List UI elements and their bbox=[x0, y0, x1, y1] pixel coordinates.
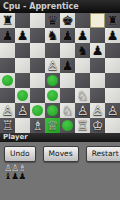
square-d5[interactable]: ♙ bbox=[45, 58, 60, 73]
square-g5[interactable] bbox=[90, 58, 105, 73]
square-a8[interactable]: ♜ bbox=[0, 13, 15, 28]
square-e3[interactable] bbox=[60, 88, 75, 103]
piece-white-knight-f3[interactable]: ♘ bbox=[75, 88, 90, 103]
piece-black-pawn-f7[interactable]: ♟ bbox=[75, 28, 90, 43]
square-d3[interactable] bbox=[45, 88, 60, 103]
square-h7[interactable]: ♟ bbox=[105, 28, 120, 43]
square-e5[interactable]: ♟ bbox=[60, 58, 75, 73]
square-g4[interactable] bbox=[90, 73, 105, 88]
square-a3[interactable] bbox=[0, 88, 15, 103]
square-e7[interactable]: ♟ bbox=[60, 28, 75, 43]
piece-black-pawn-a7[interactable]: ♟ bbox=[0, 28, 15, 43]
square-c4[interactable] bbox=[30, 73, 45, 88]
square-b5[interactable] bbox=[15, 58, 30, 73]
square-a4[interactable] bbox=[0, 73, 15, 88]
square-d1[interactable]: ♕ bbox=[45, 118, 60, 133]
piece-black-queen-d8[interactable]: ♛ bbox=[45, 13, 60, 28]
square-c5[interactable] bbox=[30, 58, 45, 73]
square-b3[interactable] bbox=[15, 88, 30, 103]
piece-white-queen-d1[interactable]: ♕ bbox=[45, 118, 60, 133]
square-d2[interactable] bbox=[45, 103, 60, 118]
piece-white-pawn-b2[interactable]: ♙ bbox=[15, 103, 30, 118]
square-f8[interactable] bbox=[75, 13, 90, 28]
piece-white-rook-f1[interactable]: ♖ bbox=[75, 118, 90, 133]
square-c2[interactable] bbox=[30, 103, 45, 118]
piece-black-king-e8[interactable]: ♚ bbox=[60, 13, 75, 28]
board: ♜♛♚♜♟♟♞♟♟♟♞♟♙♟♘♙♙♘♙♙♙♖♗♕♖♔ bbox=[0, 13, 120, 133]
square-b1[interactable] bbox=[15, 118, 30, 133]
piece-black-pawn-e7[interactable]: ♟ bbox=[60, 28, 75, 43]
piece-black-pawn-g6[interactable]: ♟ bbox=[90, 43, 105, 58]
square-a5[interactable] bbox=[0, 58, 15, 73]
square-h2[interactable]: ♙ bbox=[105, 103, 120, 118]
piece-white-bishop-c1[interactable]: ♗ bbox=[30, 118, 45, 133]
piece-black-rook-h8[interactable]: ♜ bbox=[105, 13, 120, 28]
piece-white-pawn-g2[interactable]: ♙ bbox=[90, 103, 105, 118]
restart-button[interactable]: Restart bbox=[86, 146, 120, 162]
square-c3[interactable] bbox=[30, 88, 45, 103]
square-d4[interactable] bbox=[45, 73, 60, 88]
moves-button[interactable]: Moves bbox=[43, 146, 79, 162]
square-a7[interactable]: ♟ bbox=[0, 28, 15, 43]
square-b6[interactable] bbox=[15, 43, 30, 58]
square-b2[interactable]: ♙ bbox=[15, 103, 30, 118]
square-g6[interactable]: ♟ bbox=[90, 43, 105, 58]
legal-move-dot-c2[interactable] bbox=[32, 105, 43, 116]
square-e1[interactable] bbox=[60, 118, 75, 133]
square-f7[interactable]: ♟ bbox=[75, 28, 90, 43]
square-h4[interactable] bbox=[105, 73, 120, 88]
square-b7[interactable]: ♟ bbox=[15, 28, 30, 43]
legal-move-dot-d2[interactable] bbox=[47, 105, 58, 116]
piece-black-pawn-e5[interactable]: ♟ bbox=[60, 58, 75, 73]
square-d8[interactable]: ♛ bbox=[45, 13, 60, 28]
square-b4[interactable] bbox=[15, 73, 30, 88]
legal-move-dot-b3[interactable] bbox=[17, 90, 28, 101]
window-title: Cpu - Apprentice bbox=[0, 0, 120, 13]
piece-white-pawn-d5[interactable]: ♙ bbox=[45, 58, 60, 73]
captured-black-row: ♝♟♟ bbox=[4, 172, 120, 180]
legal-move-dot-d4[interactable] bbox=[47, 75, 58, 86]
square-f3[interactable]: ♘ bbox=[75, 88, 90, 103]
square-h1[interactable] bbox=[105, 118, 120, 133]
controls-panel: Undo Moves Restart ♙♙♗ ♝♟♟ bbox=[0, 142, 120, 180]
piece-black-pawn-h7[interactable]: ♟ bbox=[105, 28, 120, 43]
square-a2[interactable]: ♙ bbox=[0, 103, 15, 118]
square-h5[interactable] bbox=[105, 58, 120, 73]
piece-white-pawn-a2[interactable]: ♙ bbox=[0, 103, 15, 118]
piece-white-pawn-h2[interactable]: ♙ bbox=[105, 103, 120, 118]
square-d7[interactable]: ♞ bbox=[45, 28, 60, 43]
square-a1[interactable]: ♖ bbox=[0, 118, 15, 133]
square-c6[interactable] bbox=[30, 43, 45, 58]
piece-black-rook-a8[interactable]: ♜ bbox=[0, 13, 15, 28]
square-g3[interactable] bbox=[90, 88, 105, 103]
square-c8[interactable] bbox=[30, 13, 45, 28]
piece-white-king-g1[interactable]: ♔ bbox=[90, 118, 105, 133]
square-g8[interactable] bbox=[90, 13, 105, 28]
piece-white-pawn-f2[interactable]: ♙ bbox=[75, 103, 90, 118]
undo-button[interactable]: Undo bbox=[4, 146, 36, 162]
square-h6[interactable] bbox=[105, 43, 120, 58]
square-d6[interactable] bbox=[45, 43, 60, 58]
piece-black-knight-f6[interactable]: ♞ bbox=[75, 43, 90, 58]
square-g7[interactable] bbox=[90, 28, 105, 43]
square-e6[interactable] bbox=[60, 43, 75, 58]
square-h3[interactable] bbox=[105, 88, 120, 103]
square-c7[interactable] bbox=[30, 28, 45, 43]
square-a6[interactable] bbox=[0, 43, 15, 58]
piece-white-knight-e2[interactable]: ♘ bbox=[60, 103, 75, 118]
square-e2[interactable]: ♘ bbox=[60, 103, 75, 118]
piece-white-rook-a1[interactable]: ♖ bbox=[0, 118, 15, 133]
square-f4[interactable] bbox=[75, 73, 90, 88]
square-f6[interactable]: ♞ bbox=[75, 43, 90, 58]
square-f1[interactable]: ♖ bbox=[75, 118, 90, 133]
legal-move-dot-d3[interactable] bbox=[47, 90, 58, 101]
square-e4[interactable] bbox=[60, 73, 75, 88]
piece-black-pawn-b7[interactable]: ♟ bbox=[15, 28, 30, 43]
piece-black-knight-d7[interactable]: ♞ bbox=[45, 28, 60, 43]
legal-move-dot-e1[interactable] bbox=[62, 120, 73, 131]
captured-pieces: ♙♙♗ ♝♟♟ bbox=[4, 164, 120, 180]
square-g1[interactable]: ♔ bbox=[90, 118, 105, 133]
square-h8[interactable]: ♜ bbox=[105, 13, 120, 28]
square-b8[interactable] bbox=[15, 13, 30, 28]
square-f2[interactable]: ♙ bbox=[75, 103, 90, 118]
square-g2[interactable]: ♙ bbox=[90, 103, 105, 118]
legal-move-dot-a4[interactable] bbox=[2, 75, 13, 86]
captured-black-pawn-icon: ♟ bbox=[18, 171, 25, 181]
square-f5[interactable] bbox=[75, 58, 90, 73]
square-e8[interactable]: ♚ bbox=[60, 13, 75, 28]
square-c1[interactable]: ♗ bbox=[30, 118, 45, 133]
player-bar-label: Player bbox=[0, 133, 120, 142]
